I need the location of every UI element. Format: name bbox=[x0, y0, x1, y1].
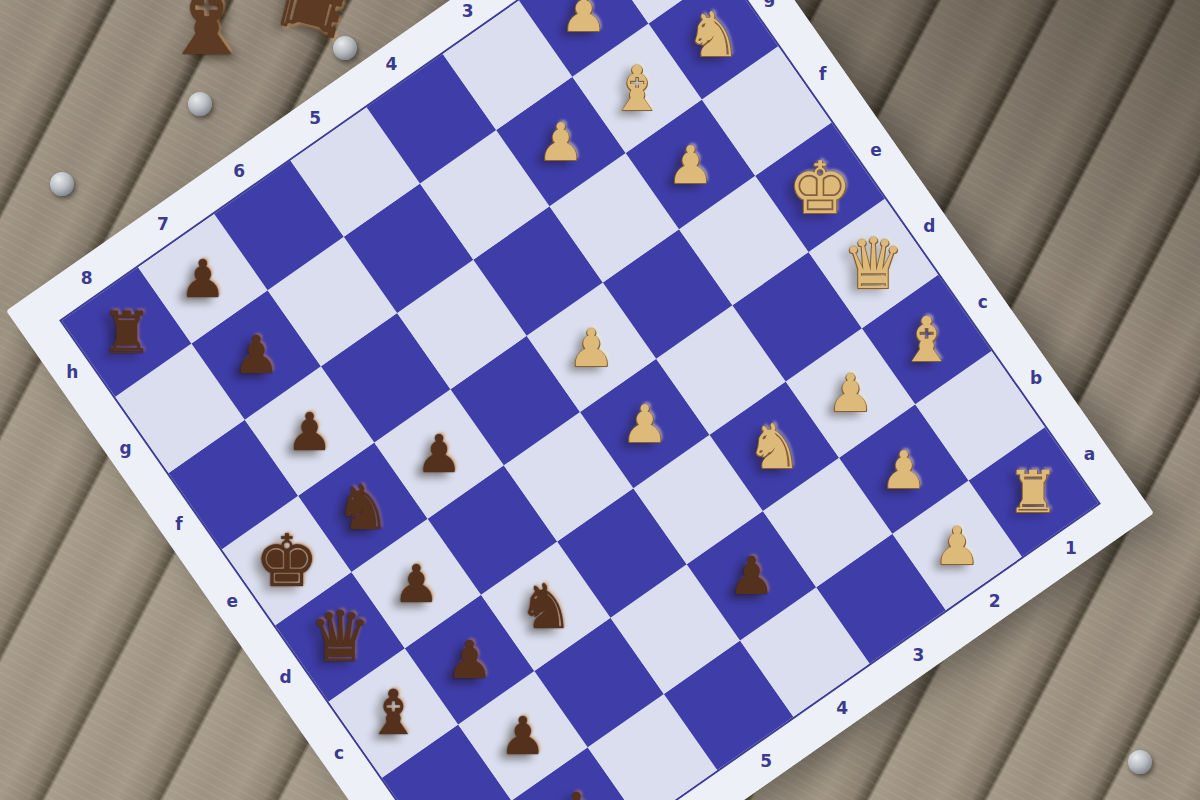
black-pawn-b4[interactable]: ♟ bbox=[705, 529, 798, 622]
file-label-b-rank1-edge: b bbox=[1025, 368, 1047, 390]
rank-label-4-afile-edge: 4 bbox=[831, 697, 853, 719]
metal-snap-button-3 bbox=[50, 172, 74, 196]
rank-label-5-afile-edge: 5 bbox=[755, 751, 777, 773]
black-pawn-h7[interactable]: ♟ bbox=[156, 232, 249, 325]
file-label-c-rank1-edge: c bbox=[972, 291, 994, 313]
metal-snap-button-2 bbox=[188, 92, 212, 116]
white-rook-h1[interactable]: ♜ bbox=[613, 0, 706, 5]
captured-black-bishop[interactable]: ♝ bbox=[160, 0, 253, 70]
file-label-f-rank1-edge: f bbox=[812, 63, 834, 85]
white-king-e1[interactable]: ♚ bbox=[773, 141, 866, 234]
rank-label-3-afile-edge: 3 bbox=[907, 644, 929, 666]
rank-label-4-hfile-edge: 4 bbox=[380, 54, 402, 76]
rank-label-6-hfile-edge: 6 bbox=[228, 160, 250, 182]
file-label-e-rank1-edge: e bbox=[865, 139, 887, 161]
file-label-g-rank1-edge: g bbox=[759, 0, 781, 9]
rank-label-1-afile-edge: 1 bbox=[1059, 537, 1081, 559]
file-label-a-rank1-edge: a bbox=[1079, 444, 1101, 466]
rank-label-5-hfile-edge: 5 bbox=[304, 107, 326, 129]
metal-snap-button-5 bbox=[1128, 750, 1152, 774]
black-knight-c6[interactable]: ♞ bbox=[499, 560, 592, 653]
black-pawn-e6[interactable]: ♟ bbox=[393, 407, 486, 500]
white-knight-g1[interactable]: ♞ bbox=[667, 0, 760, 81]
file-label-d-rank1-edge: d bbox=[919, 215, 941, 237]
outdoor-chess-photo: aabbccddeeffgghh1122334455667788 ♝♛♚♜♟♟♟… bbox=[0, 0, 1200, 800]
rank-label-3-hfile-edge: 3 bbox=[456, 0, 478, 22]
rank-label-2-afile-edge: 2 bbox=[983, 591, 1005, 613]
white-rook-a1[interactable]: ♜ bbox=[987, 445, 1080, 538]
file-label-g-rank8-edge: g bbox=[115, 438, 137, 460]
white-pawn-h2[interactable]: ♟ bbox=[537, 0, 630, 59]
file-label-f-rank8-edge: f bbox=[168, 514, 190, 536]
white-pawn-e4[interactable]: ♟ bbox=[545, 301, 638, 394]
